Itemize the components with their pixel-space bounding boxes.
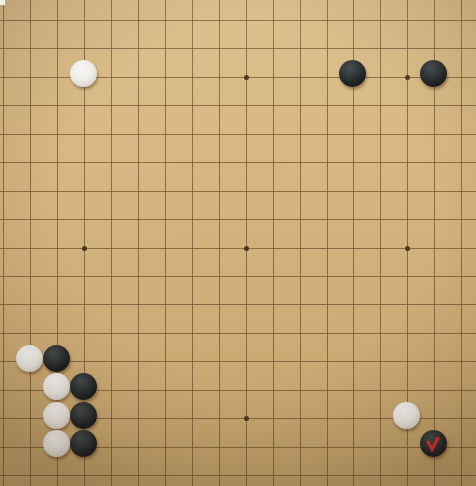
- black-stone: [339, 60, 366, 87]
- grid-horizontal-line: [0, 276, 476, 277]
- star-point: [244, 75, 249, 80]
- grid-vertical-line: [3, 0, 4, 486]
- grid-horizontal-line: [0, 304, 476, 305]
- grid-vertical-line: [300, 0, 301, 486]
- white-stone: [43, 430, 70, 457]
- grid-vertical-line: [30, 0, 31, 486]
- grid-horizontal-line: [0, 105, 476, 106]
- grid-vertical-line: [273, 0, 274, 486]
- grid-vertical-line: [165, 0, 166, 486]
- grid-vertical-line: [138, 0, 139, 486]
- grid-vertical-line: [461, 0, 462, 486]
- corner-artifact: [0, 0, 5, 5]
- black-stone: [420, 430, 447, 457]
- grid-vertical-line: [246, 0, 247, 486]
- grid-horizontal-line: [0, 48, 476, 49]
- star-point: [405, 75, 410, 80]
- white-stone: [43, 373, 70, 400]
- grid-horizontal-line: [0, 333, 476, 334]
- white-stone: [70, 60, 97, 87]
- white-stone: [393, 402, 420, 429]
- grid-horizontal-line: [0, 134, 476, 135]
- go-app-screenshot: [0, 0, 476, 486]
- star-point: [244, 416, 249, 421]
- grid-horizontal-line: [0, 361, 476, 362]
- grid-vertical-line: [327, 0, 328, 486]
- grid-horizontal-line: [0, 162, 476, 163]
- star-point: [244, 246, 249, 251]
- white-stone: [16, 345, 43, 372]
- last-move-marker: [424, 434, 442, 452]
- grid-horizontal-line: [0, 475, 476, 476]
- black-stone: [70, 373, 97, 400]
- grid-horizontal-line: [0, 20, 476, 21]
- grid-horizontal-line: [0, 219, 476, 220]
- star-point: [82, 246, 87, 251]
- grid-vertical-line: [111, 0, 112, 486]
- white-stone: [43, 402, 70, 429]
- black-stone: [70, 402, 97, 429]
- go-board[interactable]: [0, 0, 476, 486]
- star-point: [405, 246, 410, 251]
- grid-vertical-line: [380, 0, 381, 486]
- grid-horizontal-line: [0, 191, 476, 192]
- black-stone: [70, 430, 97, 457]
- grid-vertical-line: [192, 0, 193, 486]
- grid-vertical-line: [219, 0, 220, 486]
- black-stone: [43, 345, 70, 372]
- black-stone: [420, 60, 447, 87]
